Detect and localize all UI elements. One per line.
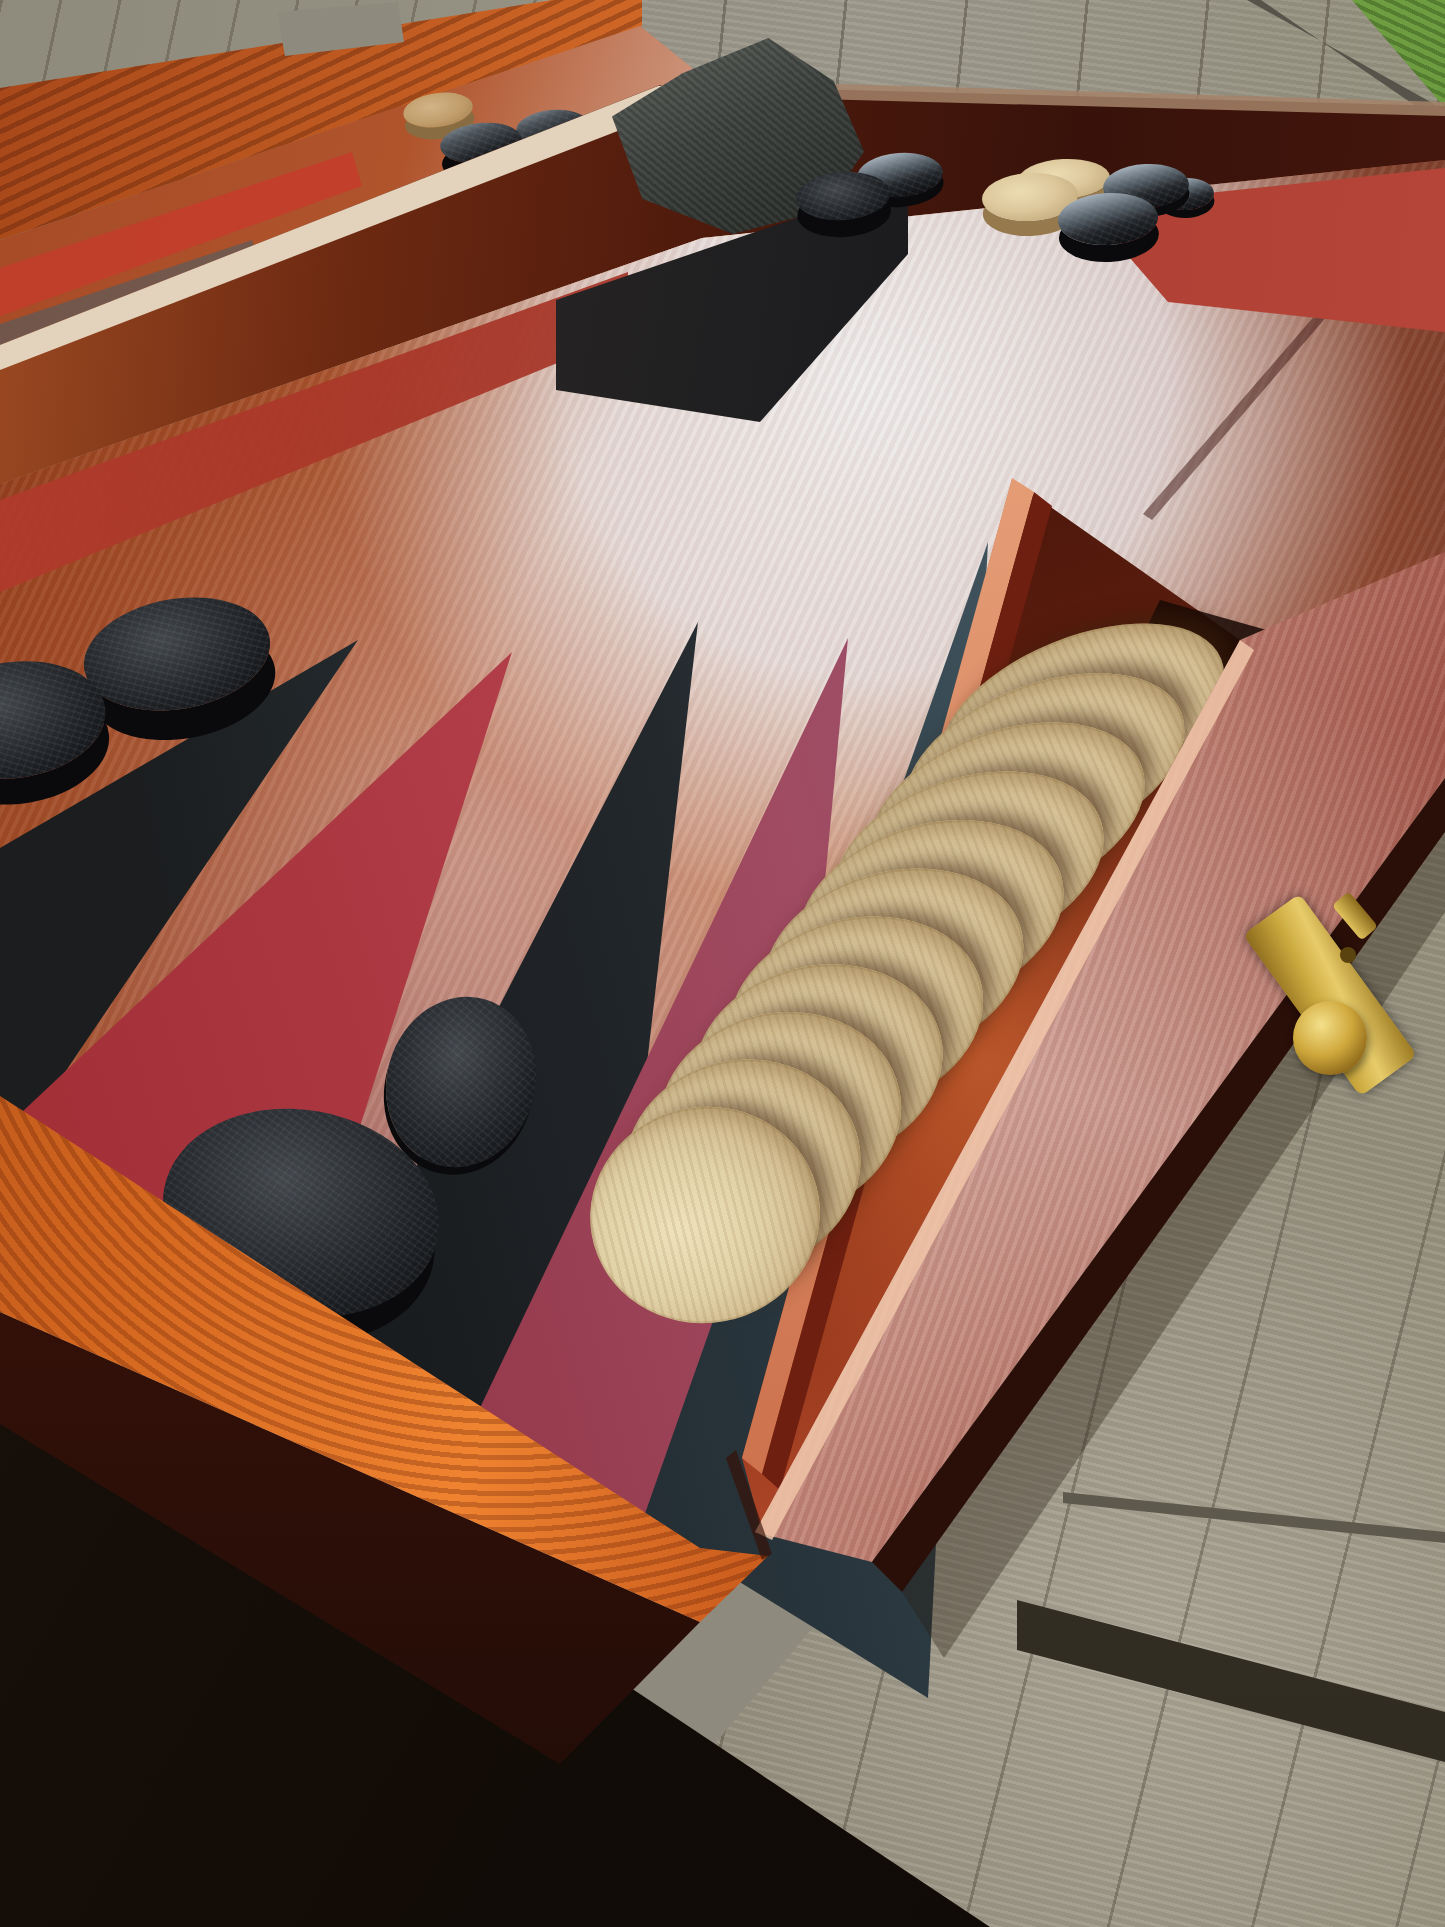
brass-clasp-knob <box>1293 1001 1367 1075</box>
brass-clasp-screw <box>1340 947 1356 963</box>
backgammon-photo-scene: ●●●●●●●●●●●●●●●●●●●●●●●●●● <box>0 0 1445 1927</box>
